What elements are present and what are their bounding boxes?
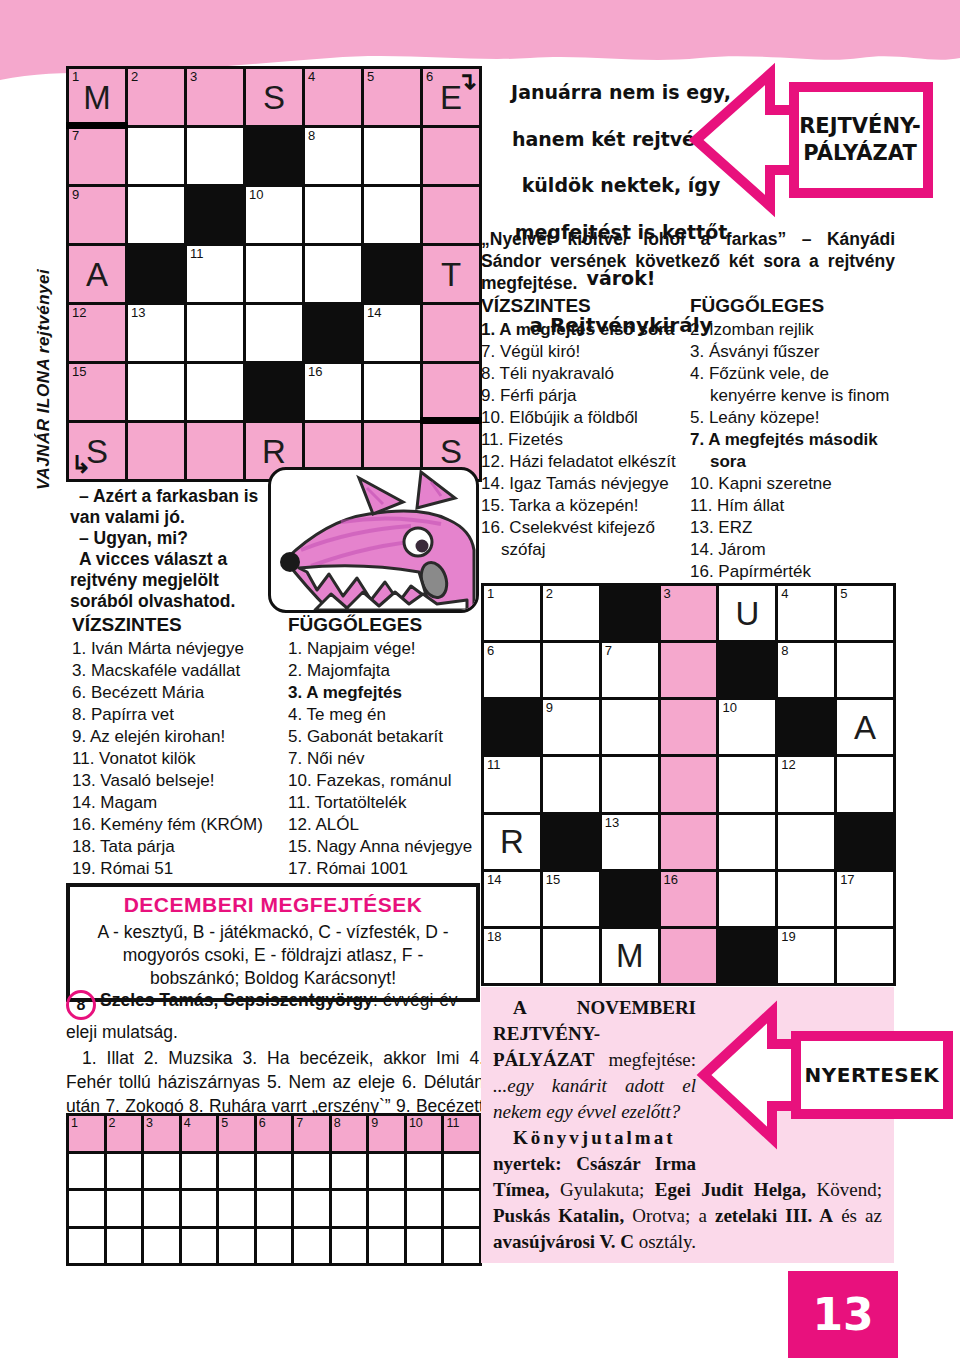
grid-cell[interactable]	[219, 1154, 254, 1189]
grid-cell[interactable]: 2	[128, 69, 184, 125]
grid-cell[interactable]	[187, 364, 243, 420]
clue-number: 4	[308, 70, 315, 84]
grid-cell[interactable]	[661, 815, 717, 869]
corner-down-arrow-icon: ↴	[457, 67, 477, 95]
grid-cell[interactable]: 5	[219, 1116, 254, 1151]
clue-item: 16. Kemény fém (KRÓM)	[72, 814, 286, 836]
clue-item: 8. Téli nyakravaló	[481, 363, 689, 385]
clue-item: 2. Izomban rejlik	[690, 319, 896, 341]
clue-item: 4. Te meg én	[288, 704, 484, 726]
clue-item: 1. A megfejtés első sora	[481, 319, 689, 341]
grid-cell[interactable]: 2	[543, 586, 599, 640]
grid-cell[interactable]: 7	[294, 1116, 329, 1151]
puzzle2-down-clues: FÜGGŐLEGES 1. Napjaim vége!2. Majomfajta…	[288, 614, 484, 880]
grid-cell[interactable]: 4	[778, 586, 834, 640]
grid-cell[interactable]	[332, 1229, 367, 1264]
november-winners-box: A NOVEMBERI REJTVÉNY-PÁLYÁZAT megfejtése…	[481, 987, 894, 1263]
grid-cell[interactable]	[257, 1191, 292, 1226]
clue-number: 16	[664, 873, 678, 887]
grid-cell[interactable]: 7	[69, 128, 125, 184]
clue-number: 9	[72, 188, 79, 202]
grid-cell[interactable]	[107, 1229, 142, 1264]
grid-cell[interactable]: 5	[837, 586, 893, 640]
grid-cell[interactable]: 1M	[69, 69, 125, 125]
grid-cell[interactable]	[837, 643, 893, 697]
clue-number: 5	[840, 587, 847, 601]
grid-cell[interactable]: 19	[778, 929, 834, 983]
clue-item: 17. Római 1001	[288, 858, 484, 880]
clue-number: 2	[131, 70, 138, 84]
grid-cell[interactable]: 10	[246, 187, 302, 243]
grid-cell[interactable]	[257, 1229, 292, 1264]
grid-cell[interactable]: 17	[837, 872, 893, 926]
contest-badge-label: REJTVÉNY-PÁLYÁZAT	[792, 86, 928, 194]
given-letter: M	[83, 81, 111, 114]
grid-cell[interactable]	[778, 815, 834, 869]
given-letter: T	[441, 258, 461, 291]
clue-number: 11	[190, 247, 204, 261]
clue-item: 3. Macskaféle vadállat	[72, 660, 286, 682]
clue-item: 9. Az elején kirohan!	[72, 726, 286, 748]
given-letter: R	[262, 435, 286, 468]
december-title: DECEMBERI MEGFEJTÉSEK	[76, 893, 470, 917]
clue-number: 13	[605, 816, 619, 830]
clue-item: 14. Magam	[72, 792, 286, 814]
clue-item: 11. Tortatöltelék	[288, 792, 484, 814]
corner-right-arrow-icon: ↳	[71, 451, 91, 479]
december-solutions-box: DECEMBERI MEGFEJTÉSEK A - kesztyű, B - j…	[66, 883, 480, 1002]
given-letter: R	[500, 825, 524, 858]
clue-number: 8	[334, 1116, 341, 1130]
grid-cell[interactable]	[364, 187, 420, 243]
text-run: Könyvjutalmat	[513, 1127, 676, 1148]
clue-number: 14	[487, 873, 501, 887]
grid-cell[interactable]	[543, 757, 599, 811]
grid-cell[interactable]	[423, 364, 479, 420]
grid-cell[interactable]	[69, 1229, 104, 1264]
grid-cell[interactable]: 6	[484, 643, 540, 697]
clue-item: 16. Papírmérték	[690, 561, 896, 583]
grid-cell[interactable]	[246, 246, 302, 302]
grid-cell[interactable]	[778, 872, 834, 926]
grid-cell[interactable]: 9	[369, 1116, 404, 1151]
grid-cell[interactable]: 16	[305, 364, 361, 420]
clue-number: 5	[367, 70, 374, 84]
block-cell	[364, 246, 420, 302]
grid-cell[interactable]	[219, 1191, 254, 1226]
clue-item: 15. Nagy Anna névjegye	[288, 836, 484, 858]
grid-cell[interactable]: 1	[69, 1116, 104, 1151]
author-caption: VAJNÁR ILONA rejtvényei	[34, 138, 60, 490]
grid-cell[interactable]	[407, 1154, 442, 1189]
text-run: osztály.	[634, 1231, 696, 1252]
clue-number: 10	[722, 701, 736, 715]
grid-cell[interactable]	[187, 128, 243, 184]
puzzle2-instructions: – Azért a farkasban is van valami jó.– U…	[70, 486, 268, 612]
clue-number: 17	[840, 873, 854, 887]
grid-cell[interactable]	[332, 1154, 367, 1189]
grid-cell[interactable]	[369, 1154, 404, 1189]
grid-cell[interactable]	[257, 1154, 292, 1189]
clue-number: 6	[426, 70, 433, 84]
across-header: VÍZSZINTES	[481, 295, 689, 317]
clue-item: 18. Tata párja	[72, 836, 286, 858]
grid-cell[interactable]: 8	[332, 1116, 367, 1151]
grid-cell[interactable]: T	[423, 246, 479, 302]
clue-item: 10. Előbújik a földből	[481, 407, 689, 429]
clue-item: 10. Kapni szeretne	[690, 473, 896, 495]
grid-cell[interactable]	[602, 700, 658, 754]
clue-number: 4	[781, 587, 788, 601]
clue-item: 2. Majomfajta	[288, 660, 484, 682]
given-letter: U	[735, 597, 759, 630]
clue-number: 3	[190, 70, 197, 84]
text-run: és az	[833, 1205, 882, 1226]
clue-number: 1	[72, 70, 79, 84]
grid-cell[interactable]: 11	[187, 246, 243, 302]
grid-cell[interactable]	[719, 757, 775, 811]
clue-number: 19	[781, 930, 795, 944]
grid-cell[interactable]	[423, 187, 479, 243]
clue-number: 4	[184, 1116, 191, 1130]
clue-number: 7	[72, 129, 79, 143]
grid-cell[interactable]	[128, 423, 184, 479]
text-line: – Ugyan, mi?	[70, 528, 268, 549]
solution-strip: 1234567891011	[66, 1113, 482, 1266]
clue-item: 19. Római 51	[72, 858, 286, 880]
clue-number: 15	[72, 365, 86, 379]
grid-cell[interactable]	[182, 1154, 217, 1189]
grid-cell[interactable]	[128, 364, 184, 420]
grid-cell[interactable]	[364, 364, 420, 420]
clue-item: 4. Főzünk vele, de kenyérre kenve is fin…	[690, 363, 896, 407]
crossword-grid-1: 1M23S456E↴78910A11T1213141516S↳RS	[66, 66, 482, 482]
clue-item: 13. ERZ	[690, 517, 896, 539]
block-cell	[305, 305, 361, 361]
puzzle1-down-clues: FÜGGŐLEGES 2. Izomban rejlik3. Ásványi f…	[690, 295, 896, 583]
clue-item: 11. Hím állat	[690, 495, 896, 517]
grid-cell[interactable]: 11	[444, 1116, 479, 1151]
clue-item: 12. ALÓL	[288, 814, 484, 836]
clue-number: 15	[546, 873, 560, 887]
clue-item: 5. Leány közepe!	[690, 407, 896, 429]
clue-item: 6. Becézett Mária	[72, 682, 286, 704]
given-letter: A	[854, 711, 876, 744]
grid-cell[interactable]	[661, 757, 717, 811]
block-cell	[484, 700, 540, 754]
grid-cell[interactable]: 5	[364, 69, 420, 125]
clue-number: 6	[259, 1116, 266, 1130]
grid-cell[interactable]	[107, 1191, 142, 1226]
grid-cell[interactable]	[128, 128, 184, 184]
clue-number: 10	[409, 1116, 423, 1130]
grid-cell[interactable]	[182, 1229, 217, 1264]
block-cell	[246, 364, 302, 420]
block-cell	[128, 246, 184, 302]
clue-number: 7	[296, 1116, 303, 1130]
grid-cell[interactable]	[444, 1229, 479, 1264]
grid-cell[interactable]	[364, 128, 420, 184]
text-run: Orotva; a	[624, 1205, 715, 1226]
text-line: – Azért a farkasban is van valami jó.	[70, 486, 268, 528]
given-letter: A	[86, 258, 108, 291]
grid-cell[interactable]: 15	[543, 872, 599, 926]
text-line: Januárra nem is egy,	[492, 79, 750, 107]
grid-cell[interactable]	[144, 1154, 179, 1189]
given-letter: S	[440, 435, 462, 468]
grid-cell[interactable]	[407, 1191, 442, 1226]
clue-number: 1	[71, 1116, 78, 1130]
clue-item: 8. Papírra vet	[72, 704, 286, 726]
grid-cell[interactable]: 13	[128, 305, 184, 361]
grid-cell[interactable]: U	[719, 586, 775, 640]
grid-cell[interactable]: M	[602, 929, 658, 983]
text-run: megfejtése:	[594, 1049, 696, 1070]
clue-number: 6	[487, 644, 494, 658]
block-cell	[837, 815, 893, 869]
grid-cell[interactable]	[187, 305, 243, 361]
clue-number: 11	[487, 758, 501, 772]
grid-cell[interactable]	[423, 305, 479, 361]
grid-cell[interactable]	[332, 1191, 367, 1226]
grid-cell[interactable]	[719, 815, 775, 869]
clue-item: 3. A megfejtés	[288, 682, 484, 704]
grid-cell[interactable]	[661, 700, 717, 754]
grid-cell[interactable]	[661, 643, 717, 697]
clue-item: 14. Járom	[690, 539, 896, 561]
given-letter: S	[263, 81, 285, 114]
grid-cell[interactable]: 13	[602, 815, 658, 869]
grid-cell[interactable]	[305, 246, 361, 302]
text-line: hanem két rejtvényt	[492, 126, 750, 154]
grid-cell[interactable]	[369, 1191, 404, 1226]
grid-cell[interactable]	[69, 1154, 104, 1189]
grid-cell[interactable]: 12	[69, 305, 125, 361]
grid-cell[interactable]: A	[837, 700, 893, 754]
grid-cell[interactable]	[543, 643, 599, 697]
grid-cell[interactable]: 3	[144, 1116, 179, 1151]
grid-cell[interactable]: 14	[364, 305, 420, 361]
magazine-puzzle-page: VAJNÁR ILONA rejtvényei 1M23S456E↴78910A…	[0, 0, 960, 1358]
text-run: Puskás Katalin,	[493, 1205, 624, 1226]
text-run: Szeles Tamás, Sepsiszentgyörgy	[100, 990, 373, 1010]
clue-number: 9	[546, 701, 553, 715]
grid-cell[interactable]	[144, 1191, 179, 1226]
grid-cell[interactable]: 4	[182, 1116, 217, 1151]
grid-cell[interactable]	[444, 1154, 479, 1189]
clue-number: 14	[367, 306, 381, 320]
page-number: 13	[788, 1271, 898, 1358]
grid-cell[interactable]: A	[69, 246, 125, 302]
grid-cell[interactable]	[294, 1154, 329, 1189]
clue-number: 3	[146, 1116, 153, 1130]
december-body: A - kesztyű, B - játékmackó, C - vízfest…	[76, 921, 470, 990]
grid-cell[interactable]: S	[246, 69, 302, 125]
clue-item: 14. Igaz Tamás névjegye	[481, 473, 689, 495]
puzzle1-across-clues: VÍZSZINTES 1. A megfejtés első sora7. Vé…	[481, 295, 689, 561]
block-cell	[778, 700, 834, 754]
grid-cell[interactable]: 9	[69, 187, 125, 243]
clue-item: 7. Végül kiró!	[481, 341, 689, 363]
clue-item: 10. Fazekas, románul	[288, 770, 484, 792]
grid-cell[interactable]	[407, 1229, 442, 1264]
text-run: ...egy kanárit adott el nekem egy évvel …	[493, 1075, 696, 1122]
grid-cell[interactable]: 15	[69, 364, 125, 420]
grid-cell[interactable]	[294, 1191, 329, 1226]
grid-cell[interactable]	[219, 1229, 254, 1264]
clue-number: 3	[664, 587, 671, 601]
grid-cell[interactable]: 4	[305, 69, 361, 125]
grid-cell[interactable]: 7	[602, 643, 658, 697]
clue-item: 7. Női név	[288, 748, 484, 770]
grid-cell[interactable]	[444, 1191, 479, 1226]
clue-item: 16. Cselekvést kifejező szófaj	[481, 517, 689, 561]
clue-number: 8	[308, 129, 315, 143]
grid-cell[interactable]: 18	[484, 929, 540, 983]
text-run: zetelaki III. A	[715, 1205, 833, 1226]
clue-item: 15. Tarka a közepén!	[481, 495, 689, 517]
grid-cell[interactable]	[128, 187, 184, 243]
clue-number: 12	[781, 758, 795, 772]
clue-number: 7	[605, 644, 612, 658]
puzzle2-across-clues: VÍZSZINTES 1. Iván Márta névjegye3. Macs…	[72, 614, 286, 880]
arrow-spacer	[696, 995, 882, 1167]
crossword-grid-2: 123U45678910A1112R131415161718M19	[481, 583, 896, 986]
clue-number: 16	[308, 365, 322, 379]
grid-cell[interactable]: 10	[407, 1116, 442, 1151]
grid-cell[interactable]: 10	[719, 700, 775, 754]
clue-item: 5. Gabonát betakarít	[288, 726, 484, 748]
down-header: FÜGGŐLEGES	[288, 614, 484, 636]
clue-item: 7. A megfejtés második sora	[690, 429, 896, 473]
clue-item: 11. Fizetés	[481, 429, 689, 451]
grid-cell[interactable]: 2	[107, 1116, 142, 1151]
grid-cell[interactable]	[144, 1229, 179, 1264]
block-cell	[246, 128, 302, 184]
grid-cell[interactable]: 8	[305, 128, 361, 184]
clue-item: 12. Házi feladatot elkészít	[481, 451, 689, 473]
text-run: Egei Judit Helga,	[655, 1179, 806, 1200]
grid-cell[interactable]	[423, 128, 479, 184]
clue-item: 1. Iván Márta névjegye	[72, 638, 286, 660]
clue-number: 2	[546, 587, 553, 601]
clue-number: 9	[371, 1116, 378, 1130]
grid-cell[interactable]	[661, 929, 717, 983]
text-line: A vicces választ a rejtvény megjelölt so…	[70, 549, 268, 612]
block-cell	[719, 643, 775, 697]
text-run: Gyulakuta;	[549, 1179, 654, 1200]
clue-number: 8	[781, 644, 788, 658]
across-header: VÍZSZINTES	[72, 614, 286, 636]
text-run: Kövend;	[806, 1179, 882, 1200]
clue-number: 18	[487, 930, 501, 944]
down-header: FÜGGŐLEGES	[690, 295, 896, 317]
clue-number: 10	[249, 188, 263, 202]
grid-cell[interactable]: 6E↴	[423, 69, 479, 125]
grid-cell[interactable]	[837, 757, 893, 811]
wolf-illustration	[268, 467, 479, 613]
grid-cell[interactable]	[369, 1229, 404, 1264]
clue-item: 13. Vasaló belseje!	[72, 770, 286, 792]
grid-cell[interactable]: 3	[187, 69, 243, 125]
text-run: avasújvárosi V. C	[493, 1231, 634, 1252]
text-line: küldök nektek, így	[492, 172, 750, 200]
grid-cell[interactable]	[837, 929, 893, 983]
clue-number: 13	[131, 306, 145, 320]
grid-cell[interactable]	[294, 1229, 329, 1264]
grid-cell[interactable]	[543, 929, 599, 983]
clue-item: 11. Vonatot kilök	[72, 748, 286, 770]
block-cell	[187, 187, 243, 243]
block-cell	[602, 586, 658, 640]
grid-cell[interactable]: 16	[661, 872, 717, 926]
block-cell	[719, 929, 775, 983]
grid-cell[interactable]: S↳	[69, 423, 125, 479]
grid-cell[interactable]	[69, 1191, 104, 1226]
grid-cell[interactable]	[305, 187, 361, 243]
clue-number: 12	[72, 306, 86, 320]
clue-number: 11	[446, 1116, 459, 1130]
poem-intro: „Nyelvét kiöltve/ lohol a farkas” – Kány…	[481, 228, 895, 294]
given-letter: M	[616, 939, 644, 972]
grid-cell[interactable]: R	[484, 815, 540, 869]
grid-cell[interactable]: 8	[778, 643, 834, 697]
grid-cell[interactable]: 1	[484, 586, 540, 640]
clue-number: 2	[109, 1116, 116, 1130]
clue-number: 5	[221, 1116, 228, 1130]
grid-cell[interactable]: 9	[543, 700, 599, 754]
grid-cell[interactable]: 3	[661, 586, 717, 640]
block-cell	[602, 872, 658, 926]
grid-cell[interactable]: 11	[484, 757, 540, 811]
grid-cell[interactable]	[602, 757, 658, 811]
grid-cell[interactable]: 14	[484, 872, 540, 926]
grid-cell[interactable]	[182, 1191, 217, 1226]
grid-cell[interactable]: 6	[257, 1116, 292, 1151]
clue-item: 3. Ásványi fűszer	[690, 341, 896, 363]
grid-cell[interactable]	[246, 305, 302, 361]
grid-cell[interactable]	[719, 872, 775, 926]
grid-cell[interactable]	[107, 1154, 142, 1189]
puzzle-number-badge: 8	[66, 990, 96, 1020]
clue-item: 1. Napjaim vége!	[288, 638, 484, 660]
clue-number: 1	[487, 587, 494, 601]
clue-item: 9. Férfi párja	[481, 385, 689, 407]
grid-cell[interactable]	[187, 423, 243, 479]
block-cell	[543, 815, 599, 869]
grid-cell[interactable]: 12	[778, 757, 834, 811]
